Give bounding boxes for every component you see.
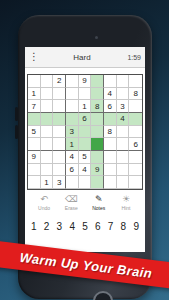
app-screen: ⋮ Hard 1:59 2914871863645381694564913 ↶U… xyxy=(25,47,145,252)
cell-r5c1[interactable]: 5 xyxy=(28,126,41,139)
cell-r3c1[interactable]: 7 xyxy=(28,100,41,113)
cell-r1c3[interactable]: 2 xyxy=(53,75,66,88)
cell-r4c5[interactable]: 6 xyxy=(79,113,92,126)
cell-r2c7[interactable]: 4 xyxy=(104,88,117,101)
game-timer: 1:59 xyxy=(121,54,141,61)
cell-r4c4[interactable] xyxy=(66,113,79,126)
cell-r2c8[interactable] xyxy=(117,88,130,101)
cell-r4c3[interactable] xyxy=(53,113,66,126)
cell-r1c1[interactable] xyxy=(28,75,41,88)
numpad-8[interactable]: 8 xyxy=(121,221,127,232)
hint-icon: ☀ xyxy=(122,194,130,205)
numpad-3[interactable]: 3 xyxy=(57,221,63,232)
cell-r6c5[interactable] xyxy=(79,138,92,151)
undo-label: Undo xyxy=(38,205,50,212)
cell-r8c8[interactable] xyxy=(117,164,130,177)
cell-r9c8[interactable] xyxy=(117,176,130,189)
numpad-1[interactable]: 1 xyxy=(31,221,37,232)
cell-r5c7[interactable]: 8 xyxy=(104,126,117,139)
cell-r3c3[interactable] xyxy=(53,100,66,113)
cell-r2c2[interactable] xyxy=(41,88,54,101)
cell-r1c4[interactable] xyxy=(66,75,79,88)
cell-r7c7[interactable] xyxy=(104,151,117,164)
volume-up-button xyxy=(15,107,18,121)
difficulty-title: Hard xyxy=(43,53,121,62)
erase-label: Erase xyxy=(65,205,78,212)
cell-r3c9[interactable] xyxy=(129,100,142,113)
cell-r4c7[interactable] xyxy=(104,113,117,126)
cell-r7c6[interactable] xyxy=(91,151,104,164)
cell-r7c5[interactable]: 5 xyxy=(79,151,92,164)
cell-r5c6[interactable] xyxy=(91,126,104,139)
cell-r2c9[interactable]: 8 xyxy=(129,88,142,101)
cell-r6c6[interactable] xyxy=(91,138,104,151)
cell-r6c1[interactable] xyxy=(28,138,41,151)
cell-r9c2[interactable]: 1 xyxy=(41,176,54,189)
cell-r5c2[interactable] xyxy=(41,126,54,139)
cell-r8c4[interactable]: 6 xyxy=(66,164,79,177)
cell-r2c4[interactable] xyxy=(66,88,79,101)
cell-r2c5[interactable] xyxy=(79,88,92,101)
cell-r4c9[interactable] xyxy=(129,113,142,126)
cell-r7c9[interactable] xyxy=(129,151,142,164)
numpad-7[interactable]: 7 xyxy=(108,221,114,232)
cell-r8c1[interactable] xyxy=(28,164,41,177)
cell-r3c4[interactable] xyxy=(66,100,79,113)
numpad-9[interactable]: 9 xyxy=(133,221,139,232)
cell-r3c2[interactable] xyxy=(41,100,54,113)
cell-r8c6[interactable]: 9 xyxy=(91,164,104,177)
hint-button[interactable]: ☀Hint xyxy=(114,194,138,216)
cell-r6c8[interactable] xyxy=(117,138,130,151)
number-pad: 123456789 xyxy=(25,219,145,233)
cell-r4c8[interactable]: 4 xyxy=(117,113,130,126)
cell-r8c2[interactable] xyxy=(41,164,54,177)
cell-r1c2[interactable] xyxy=(41,75,54,88)
cell-r4c6[interactable] xyxy=(91,113,104,126)
cell-r9c3[interactable]: 3 xyxy=(53,176,66,189)
promo-screenshot: ⋮ Hard 1:59 2914871863645381694564913 ↶U… xyxy=(0,0,169,300)
cell-r8c5[interactable]: 4 xyxy=(79,164,92,177)
erase-button[interactable]: ⌫Erase xyxy=(59,194,83,216)
cell-r7c3[interactable] xyxy=(53,151,66,164)
cell-r6c7[interactable] xyxy=(104,138,117,151)
cell-r1c9[interactable] xyxy=(129,75,142,88)
cell-r2c1[interactable]: 1 xyxy=(28,88,41,101)
volume-down-button xyxy=(15,125,18,139)
cell-r7c2[interactable] xyxy=(41,151,54,164)
notes-icon: ✎ xyxy=(95,194,103,205)
menu-icon[interactable]: ⋮ xyxy=(29,52,43,62)
sudoku-board: 2914871863645381694564913 xyxy=(27,74,143,190)
cell-r6c4[interactable]: 1 xyxy=(66,138,79,151)
cell-r5c5[interactable] xyxy=(79,126,92,139)
cell-r9c1[interactable] xyxy=(28,176,41,189)
cell-r9c5[interactable] xyxy=(79,176,92,189)
home-button xyxy=(93,291,113,300)
cell-r6c3[interactable] xyxy=(53,138,66,151)
hint-label: Hint xyxy=(122,205,131,212)
numpad-2[interactable]: 2 xyxy=(44,221,50,232)
cell-r9c9[interactable] xyxy=(129,176,142,189)
cell-r1c6[interactable] xyxy=(91,75,104,88)
cell-r1c5[interactable]: 9 xyxy=(79,75,92,88)
cell-r7c8[interactable] xyxy=(117,151,130,164)
cell-r3c5[interactable]: 1 xyxy=(79,100,92,113)
cell-r2c6[interactable] xyxy=(91,88,104,101)
cell-r1c7[interactable] xyxy=(104,75,117,88)
cell-r7c1[interactable]: 9 xyxy=(28,151,41,164)
cell-r9c4[interactable] xyxy=(66,176,79,189)
cell-r9c7[interactable] xyxy=(104,176,117,189)
cell-r4c2[interactable] xyxy=(41,113,54,126)
app-header: ⋮ Hard 1:59 xyxy=(25,47,145,68)
cell-r5c4[interactable]: 3 xyxy=(66,126,79,139)
numpad-6[interactable]: 6 xyxy=(95,221,101,232)
cell-r5c8[interactable] xyxy=(117,126,130,139)
cell-r3c6[interactable]: 8 xyxy=(91,100,104,113)
cell-r3c8[interactable]: 3 xyxy=(117,100,130,113)
notes-button[interactable]: ✎Notes xyxy=(87,194,111,216)
cell-r5c3[interactable] xyxy=(53,126,66,139)
cell-r9c6[interactable] xyxy=(91,176,104,189)
cell-r8c7[interactable] xyxy=(104,164,117,177)
undo-icon: ↶ xyxy=(40,194,48,205)
cell-r7c4[interactable]: 4 xyxy=(66,151,79,164)
erase-icon: ⌫ xyxy=(65,194,78,205)
cell-r2c3[interactable] xyxy=(53,88,66,101)
cell-r8c3[interactable] xyxy=(53,164,66,177)
cell-r8c9[interactable] xyxy=(129,164,142,177)
cell-r6c2[interactable] xyxy=(41,138,54,151)
cell-r4c1[interactable] xyxy=(28,113,41,126)
notes-label: Notes xyxy=(92,205,105,212)
cell-r3c7[interactable]: 6 xyxy=(104,100,117,113)
undo-button[interactable]: ↶Undo xyxy=(32,194,56,216)
cell-r6c9[interactable]: 6 xyxy=(129,138,142,151)
toolbar: ↶Undo⌫Erase✎Notes☀Hint xyxy=(25,194,145,216)
numpad-5[interactable]: 5 xyxy=(82,221,88,232)
front-camera-icon xyxy=(95,36,98,39)
numpad-4[interactable]: 4 xyxy=(69,221,75,232)
cell-r5c9[interactable] xyxy=(129,126,142,139)
cell-r1c8[interactable] xyxy=(117,75,130,88)
